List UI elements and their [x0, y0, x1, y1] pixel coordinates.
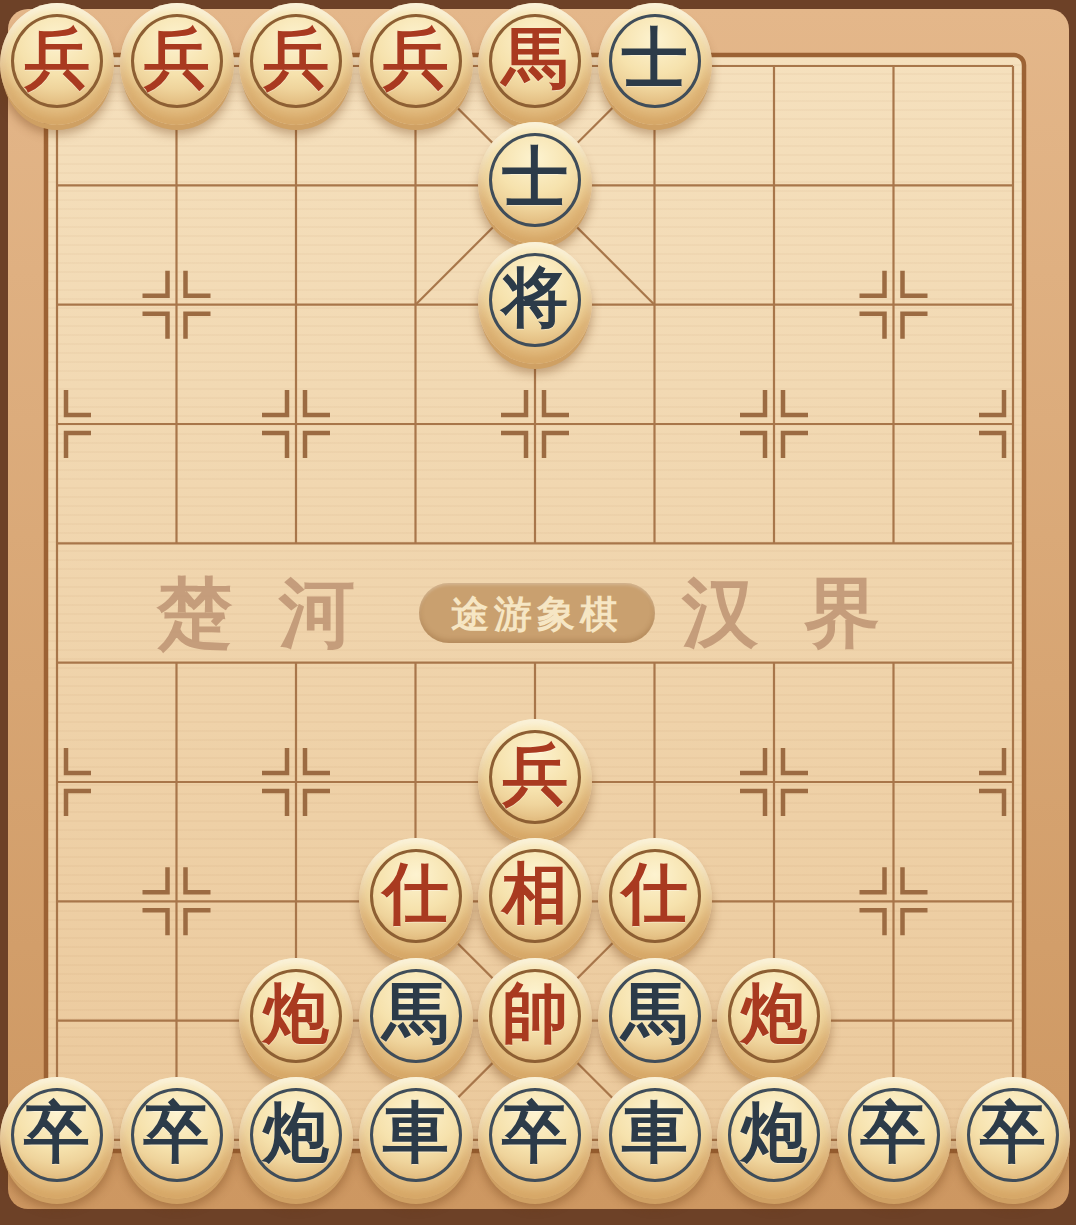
piece-character: 卒 — [120, 1100, 234, 1166]
river-label-chu: 楚河 — [157, 570, 401, 656]
piece-black-horse[interactable]: 馬 — [359, 958, 473, 1080]
piece-red-elephant[interactable]: 相 — [478, 838, 592, 960]
piece-character: 馬 — [478, 26, 592, 92]
piece-red-soldier[interactable]: 兵 — [239, 3, 353, 125]
piece-character: 士 — [478, 145, 592, 211]
piece-black-soldier[interactable]: 卒 — [0, 1077, 114, 1199]
piece-character: 馬 — [359, 980, 473, 1046]
piece-red-advisor[interactable]: 仕 — [359, 838, 473, 960]
piece-black-advisor[interactable]: 士 — [478, 122, 592, 244]
piece-character: 車 — [359, 1100, 473, 1166]
piece-character: 卒 — [837, 1100, 951, 1166]
piece-black-soldier[interactable]: 卒 — [478, 1077, 592, 1199]
piece-red-advisor[interactable]: 仕 — [598, 838, 712, 960]
piece-black-cannon[interactable]: 炮 — [717, 1077, 831, 1199]
piece-character: 卒 — [956, 1100, 1070, 1166]
piece-black-general[interactable]: 将 — [478, 242, 592, 364]
piece-red-cannon[interactable]: 炮 — [239, 958, 353, 1080]
piece-character: 卒 — [478, 1100, 592, 1166]
piece-character: 炮 — [239, 1100, 353, 1166]
piece-red-soldier[interactable]: 兵 — [0, 3, 114, 125]
piece-character: 車 — [598, 1100, 712, 1166]
piece-character: 帥 — [478, 980, 592, 1046]
piece-red-cannon[interactable]: 炮 — [717, 958, 831, 1080]
app-badge: 途游象棋 — [419, 583, 655, 643]
piece-black-horse[interactable]: 馬 — [598, 958, 712, 1080]
piece-red-horse[interactable]: 馬 — [478, 3, 592, 125]
piece-red-soldier[interactable]: 兵 — [478, 719, 592, 841]
piece-black-cannon[interactable]: 炮 — [239, 1077, 353, 1199]
piece-character: 兵 — [359, 26, 473, 92]
piece-red-general[interactable]: 帥 — [478, 958, 592, 1080]
piece-black-soldier[interactable]: 卒 — [837, 1077, 951, 1199]
piece-black-advisor[interactable]: 士 — [598, 3, 712, 125]
piece-character: 炮 — [717, 980, 831, 1046]
piece-character: 兵 — [239, 26, 353, 92]
piece-character: 将 — [478, 264, 592, 330]
piece-character: 兵 — [478, 742, 592, 808]
piece-character: 相 — [478, 861, 592, 927]
piece-black-chariot[interactable]: 車 — [359, 1077, 473, 1199]
piece-character: 仕 — [598, 861, 712, 927]
piece-red-soldier[interactable]: 兵 — [120, 3, 234, 125]
piece-character: 卒 — [0, 1100, 114, 1166]
piece-red-soldier[interactable]: 兵 — [359, 3, 473, 125]
piece-character: 炮 — [239, 980, 353, 1046]
piece-black-soldier[interactable]: 卒 — [956, 1077, 1070, 1199]
river-label-han: 汉界 — [682, 570, 926, 656]
piece-black-soldier[interactable]: 卒 — [120, 1077, 234, 1199]
piece-character: 炮 — [717, 1100, 831, 1166]
piece-character: 兵 — [120, 26, 234, 92]
piece-character: 士 — [598, 26, 712, 92]
piece-character: 兵 — [0, 26, 114, 92]
xiangqi-app: 楚河 途游象棋 汉界 兵兵兵兵馬士士将兵仕相仕炮馬帥馬炮卒卒炮車卒車炮卒卒 — [0, 0, 1076, 1225]
piece-black-chariot[interactable]: 車 — [598, 1077, 712, 1199]
piece-character: 馬 — [598, 980, 712, 1046]
piece-character: 仕 — [359, 861, 473, 927]
